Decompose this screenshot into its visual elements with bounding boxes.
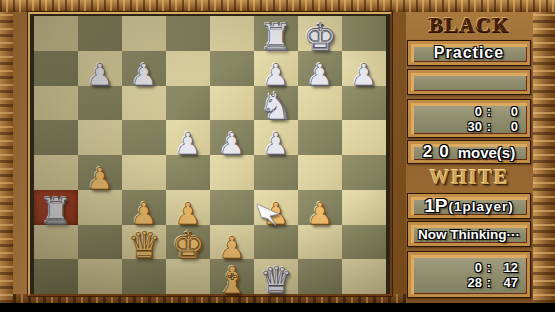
square-b2[interactable] (78, 225, 122, 260)
piece-black-pawn-f5[interactable]: ♟ (263, 129, 290, 159)
square-a7[interactable] (34, 51, 78, 86)
square-a5[interactable] (34, 120, 78, 155)
white-player-box: 1P (1player) (407, 193, 531, 219)
game-screen: ♜♚♟♟♟♟♟♞♟♟♟♟♜♟♟♟♟♛♚♟♝♛ BLACK Practice 0 … (0, 0, 555, 312)
square-a4[interactable] (34, 155, 78, 190)
square-a6[interactable] (34, 86, 78, 121)
letterbox-bottom (0, 303, 555, 312)
black-title: BLACK (406, 14, 533, 37)
white-clock-2-colon: : (482, 275, 496, 290)
black-mode-label: Practice (434, 44, 504, 62)
square-b5[interactable] (78, 120, 122, 155)
white-clock-2-sec: 47 (496, 275, 518, 290)
player-suffix: (1player) (448, 199, 513, 214)
square-h2[interactable] (342, 225, 386, 260)
piece-black-pawn-c7[interactable]: ♟ (131, 60, 158, 90)
white-clock-row-1: 0 : 12 (408, 260, 530, 275)
square-b1[interactable] (78, 259, 122, 294)
piece-black-pawn-d5[interactable]: ♟ (175, 129, 202, 159)
black-clock-1-min: 0 (454, 104, 482, 119)
moves-box: 20 move(s) (407, 140, 531, 164)
black-mode-box: Practice (407, 40, 531, 66)
square-d6[interactable] (166, 86, 210, 121)
wood-carving-left (0, 12, 13, 303)
black-clock-1-sec: 0 (496, 104, 518, 119)
square-g1[interactable] (298, 259, 342, 294)
square-e8[interactable] (210, 16, 254, 51)
piece-black-king-g8[interactable]: ♚ (303, 19, 336, 56)
black-clock-1-colon: : (482, 104, 496, 119)
square-a1[interactable] (34, 259, 78, 294)
square-g5[interactable] (298, 120, 342, 155)
square-h3[interactable] (342, 190, 386, 225)
white-status-label: Now Thinking··· (418, 227, 520, 242)
piece-white-queen-c2[interactable]: ♛ (127, 227, 160, 264)
black-clock-box: 0 : 0 30 : 0 (407, 99, 531, 138)
piece-black-pawn-e5[interactable]: ♟ (219, 129, 246, 159)
piece-black-knight-f6[interactable]: ♞ (259, 88, 292, 125)
piece-white-king-d2[interactable]: ♚ (171, 227, 204, 264)
piece-black-pawn-g7[interactable]: ♟ (307, 60, 334, 90)
white-clock-1-min: 0 (454, 260, 482, 275)
square-h1[interactable] (342, 259, 386, 294)
black-info-box (407, 69, 531, 95)
black-clock-row-1: 0 : 0 (408, 104, 530, 119)
wood-carving-right (533, 12, 555, 303)
black-clock-2-colon: : (482, 119, 496, 134)
sidebar: BLACK Practice 0 : 0 30 : 0 20 move(s) W… (406, 12, 533, 303)
white-clock-box: 0 : 12 28 : 47 (407, 251, 531, 298)
moves-count: 20 (423, 142, 456, 162)
piece-black-rook-a3[interactable]: ♜ (39, 193, 72, 230)
piece-black-queen-f1[interactable]: ♛ (259, 262, 292, 299)
black-clock-2-sec: 0 (496, 119, 518, 134)
piece-black-pawn-b7[interactable]: ♟ (87, 60, 114, 90)
square-c5[interactable] (122, 120, 166, 155)
square-d7[interactable] (166, 51, 210, 86)
square-c8[interactable] (122, 16, 166, 51)
square-b8[interactable] (78, 16, 122, 51)
square-h8[interactable] (342, 16, 386, 51)
square-g4[interactable] (298, 155, 342, 190)
square-a8[interactable] (34, 16, 78, 51)
chess-board[interactable]: ♜♚♟♟♟♟♟♞♟♟♟♟♜♟♟♟♟♛♚♟♝♛ (34, 16, 386, 294)
white-clock-1-colon: : (482, 260, 496, 275)
square-c4[interactable] (122, 155, 166, 190)
square-e6[interactable] (210, 86, 254, 121)
wood-carving-top (0, 0, 555, 12)
piece-white-bishop-e1[interactable]: ♝ (215, 262, 248, 299)
square-d8[interactable] (166, 16, 210, 51)
piece-white-pawn-g3[interactable]: ♟ (307, 199, 334, 229)
square-e3[interactable] (210, 190, 254, 225)
cursor-icon (256, 203, 282, 229)
black-clock-row-2: 30 : 0 (408, 119, 530, 134)
white-clock-2-min: 28 (454, 275, 482, 290)
piece-black-rook-f8[interactable]: ♜ (259, 19, 292, 56)
white-title: WHITE (406, 166, 533, 189)
piece-black-pawn-h7[interactable]: ♟ (351, 60, 378, 90)
white-clock-1-sec: 12 (496, 260, 518, 275)
white-clock-row-2: 28 : 47 (408, 275, 530, 290)
square-e7[interactable] (210, 51, 254, 86)
player-value: 1P (424, 195, 447, 217)
piece-white-pawn-b4[interactable]: ♟ (87, 164, 114, 194)
white-status-box: Now Thinking··· (407, 221, 531, 247)
square-h4[interactable] (342, 155, 386, 190)
square-h5[interactable] (342, 120, 386, 155)
moves-suffix: move(s) (458, 144, 516, 161)
black-clock-2-min: 30 (454, 119, 482, 134)
